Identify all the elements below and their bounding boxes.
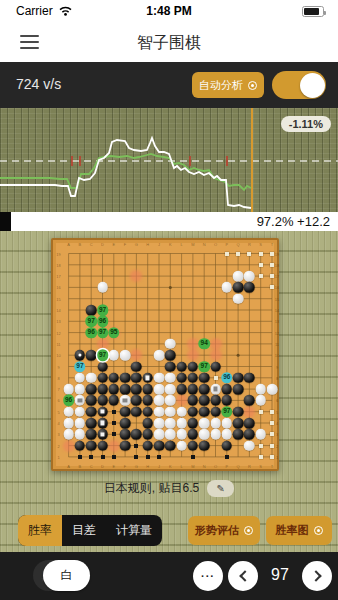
white-stone [199, 429, 210, 440]
candidate-move[interactable]: 96 [63, 395, 75, 407]
white-player-selected[interactable]: 白 [43, 560, 90, 591]
black-stone [233, 373, 244, 384]
coordinate-label: 6 [57, 398, 59, 403]
coordinate-label: S [259, 242, 262, 247]
auto-analysis-label: 自动分析 [199, 78, 243, 93]
black-stone [142, 395, 153, 406]
coordinate-label: E [112, 242, 115, 247]
coordinate-label: C [90, 242, 93, 247]
white-stone [154, 406, 165, 417]
black-stone [222, 395, 233, 406]
black-territory-mark [112, 410, 116, 414]
coordinate-label: G [135, 464, 138, 469]
candidate-move[interactable]: 96 [221, 372, 233, 384]
black-stone [86, 406, 97, 417]
candidate-move[interactable]: 96 [97, 316, 109, 328]
black-stone [188, 406, 199, 417]
white-stone [63, 384, 74, 395]
app-root: Carrier 1:48 PM 智子围棋 724 v/s 自动分析 -1.11%… [0, 0, 338, 600]
coordinate-label: D [101, 464, 104, 469]
coordinate-label: 14 [56, 308, 60, 313]
white-stone [165, 339, 176, 350]
white-stone [75, 384, 86, 395]
coordinate-label: 19 [275, 251, 279, 256]
black-stone [142, 418, 153, 429]
heat-mark [210, 349, 222, 361]
chevron-left-icon [239, 570, 250, 581]
coordinate-label: C [90, 464, 93, 469]
white-stone [154, 384, 165, 395]
coordinate-label: N [203, 464, 206, 469]
coordinate-label: 1 [57, 454, 59, 459]
black-stone [233, 418, 244, 429]
white-stone [75, 418, 86, 429]
coordinate-label: 16 [56, 285, 60, 290]
position-eval-button[interactable]: 形势评估 [188, 516, 260, 545]
edit-rules-button[interactable]: ✎ [207, 480, 234, 497]
black-stone [142, 429, 153, 440]
coordinate-label: Q [237, 242, 240, 247]
black-stone [199, 406, 210, 417]
coordinate-label: 18 [56, 262, 60, 267]
black-stone [131, 429, 142, 440]
black-territory-mark [112, 432, 116, 436]
black-stone [86, 350, 97, 361]
black-stone [97, 361, 108, 372]
white-territory-mark [270, 421, 274, 425]
coordinate-label: L [180, 464, 182, 469]
black-territory-mark [112, 421, 116, 425]
white-stone [210, 418, 221, 429]
status-bar: Carrier 1:48 PM [0, 0, 338, 22]
winrate-text: 97.2% +12.2 [257, 214, 330, 229]
white-territory-mark [270, 410, 274, 414]
black-stone [188, 418, 199, 429]
coordinate-label: 16 [275, 285, 279, 290]
black-stone [244, 282, 255, 293]
coordinate-label: H [146, 242, 149, 247]
white-territory-mark [236, 252, 240, 256]
rules-text: 日本规则, 贴目6.5 [104, 480, 199, 497]
coordinate-label: 13 [275, 319, 279, 324]
black-stone [188, 384, 199, 395]
heat-mark [243, 406, 255, 418]
white-territory-mark [270, 444, 274, 448]
black-territory-mark [134, 455, 138, 459]
white-stone [176, 418, 187, 429]
black-stone [199, 440, 210, 451]
black-stone [75, 440, 86, 451]
coordinate-label: K [169, 464, 172, 469]
coordinate-label: 5 [57, 409, 59, 414]
white-stone [63, 429, 74, 440]
heat-mark [187, 349, 199, 361]
more-options-button[interactable]: ··· [193, 561, 223, 591]
coordinate-label: 17 [56, 274, 60, 279]
go-board[interactable]: 1919181817171616151514141313121211111010… [51, 238, 279, 471]
black-stone [131, 384, 142, 395]
black-stone [244, 395, 255, 406]
radio-icon [248, 81, 257, 90]
white-stone-dead-mark [120, 395, 131, 406]
black-stone [120, 373, 131, 384]
black-stone [120, 418, 131, 429]
black-stone [97, 395, 108, 406]
rules-row: 日本规则, 贴目6.5 ✎ [0, 477, 338, 499]
coordinate-label: 6 [276, 398, 278, 403]
black-stone [210, 406, 221, 417]
white-stone [255, 395, 266, 406]
candidate-move[interactable]: 97 [85, 316, 97, 328]
coordinate-label: 2 [57, 443, 59, 448]
white-stone [222, 282, 233, 293]
coordinate-label: P [225, 464, 228, 469]
black-stone [120, 406, 131, 417]
coordinate-label: 11 [56, 341, 60, 346]
coordinate-label: A [67, 242, 70, 247]
chevron-right-icon [310, 570, 321, 581]
coordinate-label: 10 [56, 353, 60, 358]
black-stone [165, 350, 176, 361]
visits-per-second: 724 v/s [16, 76, 61, 92]
black-stone [233, 429, 244, 440]
radio-icon [244, 526, 253, 535]
black-stone-dead-mark [97, 429, 108, 440]
black-stone [86, 395, 97, 406]
coordinate-label: A [67, 464, 70, 469]
black-stone [86, 440, 97, 451]
heat-mark [130, 349, 142, 361]
black-stone [131, 361, 142, 372]
heat-mark [176, 394, 188, 406]
winrate-graph-button[interactable]: 胜率图 [266, 516, 332, 545]
white-stone [165, 384, 176, 395]
coordinate-label: 15 [56, 296, 60, 301]
coordinate-label: 15 [275, 296, 279, 301]
black-stone [199, 384, 210, 395]
white-stone [154, 429, 165, 440]
white-territory-mark [270, 252, 274, 256]
heat-mark [97, 338, 109, 350]
black-stone-dead-mark [97, 406, 108, 417]
black-stone [109, 384, 120, 395]
coordinate-label: F [124, 464, 126, 469]
candidate-move[interactable]: 94 [198, 338, 210, 350]
white-stone [97, 282, 108, 293]
coordinate-label: E [112, 464, 115, 469]
battery-icon [302, 6, 324, 17]
white-territory-mark [259, 274, 263, 278]
white-stone [120, 350, 131, 361]
black-stone [199, 395, 210, 406]
analysis-toolbar: 724 v/s 自动分析 [0, 62, 338, 108]
black-stone [176, 384, 187, 395]
white-territory-mark [270, 285, 274, 289]
black-territory-mark [157, 455, 161, 459]
black-territory-mark [78, 455, 82, 459]
white-stone [176, 429, 187, 440]
black-stone [176, 361, 187, 372]
white-stone [165, 395, 176, 406]
coordinate-label: 17 [275, 274, 279, 279]
coordinate-label: G [135, 242, 138, 247]
coordinate-label: 9 [57, 364, 59, 369]
candidate-move[interactable]: 97 [97, 327, 109, 339]
white-territory-mark [270, 274, 274, 278]
white-stone [165, 418, 176, 429]
position-eval-label: 形势评估 [195, 523, 239, 538]
coordinate-label: 5 [276, 409, 278, 414]
black-stone [233, 406, 244, 417]
coordinate-label: D [101, 242, 104, 247]
coordinate-label: P [225, 242, 228, 247]
coordinate-label: M [191, 464, 194, 469]
black-stone [188, 373, 199, 384]
black-stone [199, 373, 210, 384]
black-stone [97, 384, 108, 395]
winrate-graph-label: 胜率图 [276, 523, 309, 538]
coordinate-label: 19 [56, 251, 60, 256]
black-stone [86, 305, 97, 316]
black-territory-mark [134, 444, 138, 448]
move-number: 97 [264, 566, 296, 584]
coordinate-label: 4 [57, 421, 59, 426]
black-stone [97, 440, 108, 451]
clock: 1:48 PM [0, 4, 338, 18]
white-stone-dead-mark [75, 395, 86, 406]
white-stone-dead-mark [210, 384, 221, 395]
coordinate-label: 3 [57, 432, 59, 437]
black-stone [222, 440, 233, 451]
coordinate-label: 8 [57, 375, 59, 380]
black-stone [97, 373, 108, 384]
coordinate-label: R [248, 464, 251, 469]
black-stone [244, 429, 255, 440]
auto-analysis-button[interactable]: 自动分析 [192, 72, 264, 98]
player-toggle[interactable]: 黑 白 [33, 560, 90, 591]
coordinate-label: K [169, 242, 172, 247]
white-stone [154, 373, 165, 384]
bottom-bar: 黑 白 ··· 97 [0, 552, 338, 600]
next-move-button[interactable] [302, 561, 332, 591]
delta-badge: -1.11% [281, 116, 331, 132]
coordinate-label: N [203, 242, 206, 247]
coordinate-label: T [271, 242, 273, 247]
white-stone [165, 429, 176, 440]
heat-mark [130, 270, 142, 282]
coordinate-label: Q [237, 464, 240, 469]
metric-segmented-control: 胜率 目差 计算量 [18, 515, 162, 546]
black-stone [244, 373, 255, 384]
white-territory-mark [270, 455, 274, 459]
black-winrate-segment [0, 212, 11, 231]
white-territory-mark [259, 455, 263, 459]
candidate-move[interactable]: 97 [97, 349, 109, 361]
white-stone [63, 418, 74, 429]
black-territory-mark [225, 455, 229, 459]
white-stone [244, 440, 255, 451]
black-territory-mark [89, 455, 93, 459]
white-stone [154, 418, 165, 429]
white-stone [165, 406, 176, 417]
heat-mark [187, 338, 199, 350]
white-stone [233, 293, 244, 304]
white-territory-mark [259, 252, 263, 256]
coordinate-label: 13 [56, 319, 60, 324]
black-stone [86, 418, 97, 429]
candidate-move[interactable]: 97 [97, 304, 109, 316]
white-stone [233, 271, 244, 282]
coordinate-label: 18 [275, 262, 279, 267]
white-stone [75, 406, 86, 417]
coordinate-label: 9 [276, 364, 278, 369]
coordinate-label: 3 [276, 432, 278, 437]
black-stone [233, 282, 244, 293]
candidate-move[interactable]: 97 [198, 361, 210, 373]
white-stone [154, 350, 165, 361]
white-stone [154, 395, 165, 406]
black-stone [222, 384, 233, 395]
black-territory-mark [191, 455, 195, 459]
black-stone [188, 440, 199, 451]
black-stone [188, 395, 199, 406]
coordinate-label: J [158, 464, 160, 469]
black-territory-mark [112, 455, 116, 459]
white-territory-mark [247, 252, 251, 256]
coordinate-label: M [191, 242, 194, 247]
black-stone [142, 440, 153, 451]
white-stone [222, 418, 233, 429]
coordinate-label: S [259, 464, 262, 469]
white-stone [176, 406, 187, 417]
white-stone [199, 418, 210, 429]
black-stone [131, 373, 142, 384]
candidate-move[interactable]: 95 [108, 327, 120, 339]
white-stone [75, 373, 86, 384]
coordinate-label: 12 [56, 330, 60, 335]
coordinate-label: R [248, 242, 251, 247]
black-stone [86, 384, 97, 395]
white-stone [75, 429, 86, 440]
coordinate-label: 1 [276, 454, 278, 459]
white-territory-mark [225, 252, 229, 256]
pencil-icon: ✎ [216, 483, 224, 494]
black-stone [176, 373, 187, 384]
black-stone [154, 440, 165, 451]
white-stone [244, 271, 255, 282]
tab-score-diff[interactable]: 目差 [62, 515, 106, 546]
black-stone-dead-mark [97, 418, 108, 429]
last-move-marker [78, 354, 81, 357]
black-stone [120, 440, 131, 451]
coordinate-label: F [124, 242, 126, 247]
coordinate-label: 10 [275, 353, 279, 358]
coordinate-label: 12 [275, 330, 279, 335]
tab-computation[interactable]: 计算量 [106, 515, 162, 546]
black-stone [188, 361, 199, 372]
white-territory-mark [214, 376, 218, 380]
candidate-move[interactable]: 97 [74, 361, 86, 373]
coordinate-label: J [158, 242, 160, 247]
radio-icon [314, 526, 323, 535]
heat-mark [210, 338, 222, 350]
black-stone [165, 440, 176, 451]
heat-mark [63, 440, 75, 452]
nav-bar: 智子围棋 [0, 22, 338, 62]
coordinate-label: 2 [276, 443, 278, 448]
candidate-move[interactable]: 96 [85, 327, 97, 339]
coordinate-label: 7 [57, 387, 59, 392]
black-stone [244, 418, 255, 429]
candidate-move[interactable]: 97 [221, 406, 233, 418]
tab-row: 胜率 目差 计算量 形势评估 胜率图 [0, 515, 338, 546]
coordinate-label: 8 [276, 375, 278, 380]
toggle-knob [300, 73, 325, 98]
black-stone [210, 395, 221, 406]
white-stone [165, 373, 176, 384]
black-stone [86, 429, 97, 440]
white-stone [267, 384, 278, 395]
black-stone [188, 429, 199, 440]
white-territory-mark [270, 263, 274, 267]
coordinate-label: B [79, 464, 82, 469]
analysis-toggle[interactable] [272, 71, 326, 99]
black-territory-mark [146, 455, 150, 459]
black-stone [210, 361, 221, 372]
white-stone [255, 384, 266, 395]
coordinate-label: O [214, 242, 217, 247]
coordinate-label: 14 [275, 308, 279, 313]
coordinate-label: B [79, 242, 82, 247]
black-stone [109, 395, 120, 406]
previous-move-button[interactable] [228, 561, 258, 591]
white-stone [255, 429, 266, 440]
tab-winrate[interactable]: 胜率 [18, 515, 62, 546]
black-stone [233, 384, 244, 395]
black-stone [131, 395, 142, 406]
white-stone [109, 350, 120, 361]
white-territory-mark [270, 432, 274, 436]
winrate-chart[interactable]: -1.11% [0, 108, 338, 212]
black-stone [120, 384, 131, 395]
black-stone [165, 361, 176, 372]
white-stone [176, 440, 187, 451]
coordinate-label: O [214, 464, 217, 469]
heat-mark [108, 440, 120, 452]
coordinate-label: 11 [275, 341, 279, 346]
coordinate-label: T [271, 464, 273, 469]
white-stone [86, 373, 97, 384]
white-territory-mark [259, 444, 263, 448]
winrate-bar: 97.2% +12.2 [0, 212, 338, 231]
coordinate-label: L [180, 242, 182, 247]
coordinate-label: 4 [276, 421, 278, 426]
white-stone [222, 429, 233, 440]
coordinate-label: H [146, 464, 149, 469]
black-territory-mark [101, 455, 105, 459]
white-territory-mark [259, 410, 263, 414]
black-stone [120, 429, 131, 440]
black-stone [131, 406, 142, 417]
white-territory-mark [259, 263, 263, 267]
black-stone [142, 384, 153, 395]
black-stone [142, 406, 153, 417]
page-title: 智子围棋 [0, 33, 338, 54]
black-stone [109, 373, 120, 384]
black-stone-dead-mark [142, 373, 153, 384]
white-stone [210, 429, 221, 440]
white-stone [63, 406, 74, 417]
